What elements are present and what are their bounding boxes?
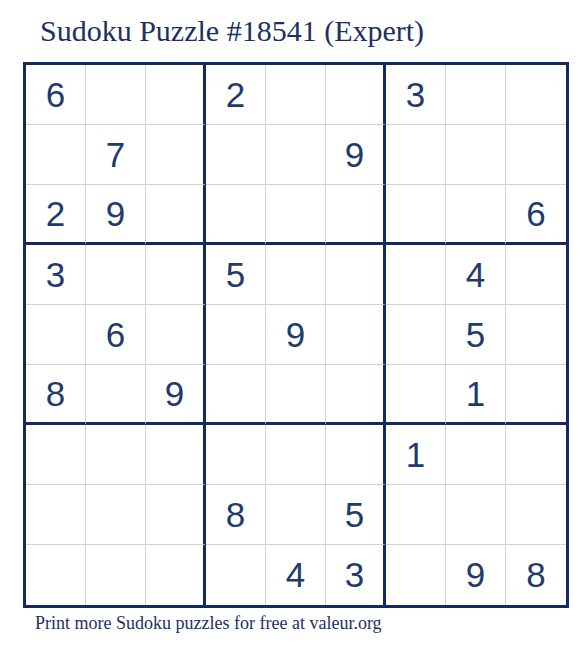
cell-r5c6 [326,305,386,365]
cell-r9c6: 3 [326,545,386,605]
cell-r7c1 [26,425,86,485]
cell-r7c5 [266,425,326,485]
cell-r4c6 [326,245,386,305]
cell-r9c5: 4 [266,545,326,605]
cell-r9c2 [86,545,146,605]
cell-r8c4: 8 [206,485,266,545]
cell-r5c1 [26,305,86,365]
cell-r9c8: 9 [446,545,506,605]
cell-r4c3 [146,245,206,305]
footer-text: Print more Sudoku puzzles for free at va… [35,613,382,634]
cell-r3c1: 2 [26,185,86,245]
cell-r8c2 [86,485,146,545]
cell-r2c9 [506,125,566,185]
cell-r6c9 [506,365,566,425]
cell-r9c3 [146,545,206,605]
cell-r7c3 [146,425,206,485]
cell-r3c3 [146,185,206,245]
cell-r2c7 [386,125,446,185]
cell-r1c7: 3 [386,65,446,125]
cell-r1c2 [86,65,146,125]
cell-r5c2: 6 [86,305,146,365]
cell-r9c9: 8 [506,545,566,605]
cell-r1c6 [326,65,386,125]
cell-r1c5 [266,65,326,125]
cell-r1c1: 6 [26,65,86,125]
cell-r5c9 [506,305,566,365]
sudoku-board: 623792963546958911854398 [23,62,569,608]
cell-r6c7 [386,365,446,425]
cell-r6c4 [206,365,266,425]
cell-r6c6 [326,365,386,425]
cell-r2c1 [26,125,86,185]
cell-r8c7 [386,485,446,545]
cell-r5c8: 5 [446,305,506,365]
cell-r8c5 [266,485,326,545]
cell-r3c9: 6 [506,185,566,245]
cell-r2c2: 7 [86,125,146,185]
cell-r3c5 [266,185,326,245]
cell-r9c1 [26,545,86,605]
cell-r6c1: 8 [26,365,86,425]
cell-r4c9 [506,245,566,305]
cell-r6c5 [266,365,326,425]
cell-r7c6 [326,425,386,485]
cell-r2c6: 9 [326,125,386,185]
cell-r4c4: 5 [206,245,266,305]
cell-r6c8: 1 [446,365,506,425]
cell-r4c8: 4 [446,245,506,305]
cell-r7c4 [206,425,266,485]
cell-r5c3 [146,305,206,365]
cell-r9c7 [386,545,446,605]
page-title: Sudoku Puzzle #18541 (Expert) [40,14,424,48]
cell-r4c7 [386,245,446,305]
cell-r3c2: 9 [86,185,146,245]
cell-r3c7 [386,185,446,245]
cell-r7c2 [86,425,146,485]
cell-r7c9 [506,425,566,485]
cell-r2c5 [266,125,326,185]
cell-r1c9 [506,65,566,125]
cell-r7c8 [446,425,506,485]
cell-r3c6 [326,185,386,245]
cell-r8c1 [26,485,86,545]
cell-r4c2 [86,245,146,305]
cell-r1c8 [446,65,506,125]
cell-r7c7: 1 [386,425,446,485]
cell-r5c5: 9 [266,305,326,365]
cell-r3c8 [446,185,506,245]
sudoku-print-page: Sudoku Puzzle #18541 (Expert) 6237929635… [0,0,580,651]
cell-r2c4 [206,125,266,185]
cell-r1c4: 2 [206,65,266,125]
cell-r5c4 [206,305,266,365]
cell-r8c8 [446,485,506,545]
cell-r5c7 [386,305,446,365]
cell-r8c3 [146,485,206,545]
cell-r6c3: 9 [146,365,206,425]
cell-r3c4 [206,185,266,245]
cell-r4c5 [266,245,326,305]
cell-r8c6: 5 [326,485,386,545]
cell-r2c3 [146,125,206,185]
cell-r6c2 [86,365,146,425]
cell-r4c1: 3 [26,245,86,305]
cell-r2c8 [446,125,506,185]
cell-r9c4 [206,545,266,605]
cell-r1c3 [146,65,206,125]
cell-r8c9 [506,485,566,545]
